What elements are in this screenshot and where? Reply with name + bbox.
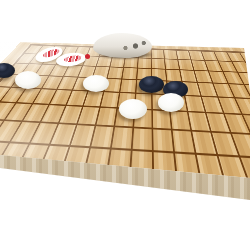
white-stone-h16[interactable]	[83, 75, 109, 92]
wrapper-red-print	[64, 54, 83, 62]
white-stone-c16[interactable]	[15, 71, 41, 89]
white-stone-k14[interactable]	[119, 99, 147, 119]
stone-pouch	[93, 33, 152, 58]
red-fleck	[85, 54, 90, 59]
white-stone-m14[interactable]	[158, 93, 184, 112]
go-board-photo	[0, 0, 250, 250]
black-stone-l15[interactable]	[139, 76, 164, 93]
